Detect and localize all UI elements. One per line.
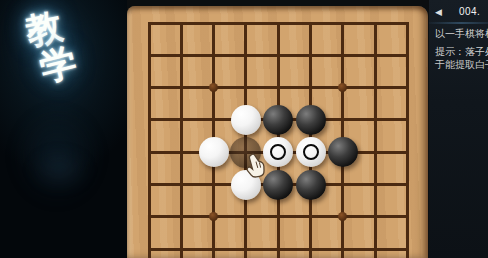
- teaching-sidebar: 教 学: [0, 0, 127, 258]
- go-board[interactable]: [127, 6, 428, 258]
- marked-white-stone: [296, 137, 326, 167]
- lesson-objective: 以一手棋将棋: [435, 27, 488, 41]
- lesson-panel: ◀ 004. 以一手棋将棋 提示：落子处 于能提取白子: [429, 0, 488, 258]
- panel-divider: [429, 22, 488, 24]
- go-teaching-app: 教 学 ◀ 004. 以一手棋将棋 提示：落子处 于能提取白子: [0, 0, 488, 258]
- capture-mark-circle: [303, 144, 319, 160]
- black-stone: [296, 105, 326, 135]
- black-stone: [328, 137, 358, 167]
- lesson-number: 004.: [459, 6, 480, 17]
- back-icon[interactable]: ◀: [435, 7, 442, 17]
- black-stone: [296, 170, 326, 200]
- ink-splash: [30, 150, 90, 190]
- black-stone: [263, 105, 293, 135]
- marked-white-stone: [263, 137, 293, 167]
- hint-line-2: 于能提取白子: [435, 58, 488, 72]
- capture-mark-circle: [270, 144, 286, 160]
- white-stone: [199, 137, 229, 167]
- white-stone: [231, 105, 261, 135]
- stones-grid[interactable]: [133, 7, 424, 258]
- panel-header: ◀ 004.: [435, 6, 480, 17]
- hint-line-1: 提示：落子处: [435, 45, 488, 59]
